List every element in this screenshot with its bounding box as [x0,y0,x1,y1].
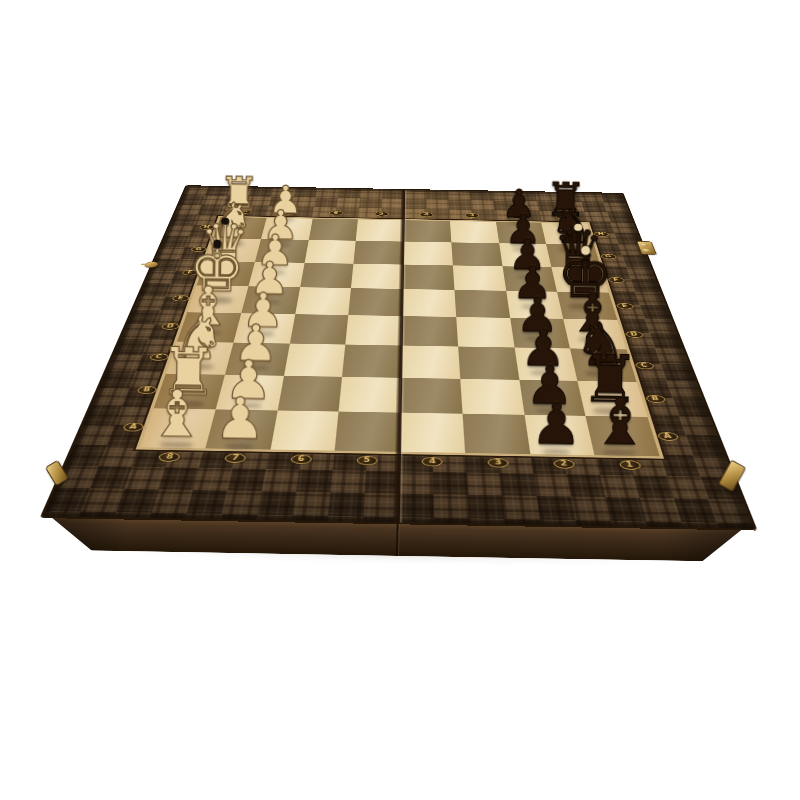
file-label-right-A: A [656,432,679,441]
rank-label-front-2: 2 [553,459,576,469]
rank-label-front-4: 4 [422,457,443,467]
square-h4[interactable] [404,220,452,242]
square-b3[interactable] [460,379,524,415]
square-h5[interactable] [356,219,404,241]
square-e4[interactable] [402,289,456,317]
pawn-glyph: ♟ [531,395,583,453]
square-g3[interactable] [451,242,502,266]
square-h3[interactable] [450,221,499,243]
square-f5[interactable] [351,263,403,289]
brass-hinge-pin-left [144,261,160,267]
rank-label-front-6: 6 [290,455,312,465]
square-e5[interactable] [349,288,403,316]
rank-label-front-7: 7 [224,453,247,463]
rank-label-front-1: 1 [618,460,641,470]
bishop-glyph: ♝ [591,389,650,454]
square-d4[interactable] [402,316,458,346]
square-d3[interactable] [456,317,514,347]
finial-top [221,217,229,225]
square-d6[interactable] [289,314,348,344]
square-c5[interactable] [342,344,401,377]
square-h6[interactable] [308,219,358,241]
finial-top [213,240,222,249]
chess-board: HHGGFFEEDDCCBBAA8877665544332211 [40,185,758,530]
square-a5[interactable] [335,412,401,452]
rank-label-back-3: 3 [465,213,480,218]
rank-label-back-5: 5 [374,211,389,216]
square-d5[interactable] [346,315,403,345]
square-g4[interactable] [403,241,452,265]
square-a4[interactable] [400,413,465,453]
rank-label-back-6: 6 [329,211,344,216]
square-b6[interactable] [277,375,342,411]
square-f3[interactable] [453,265,506,291]
square-b4[interactable] [401,378,463,414]
rank-label-front-3: 3 [487,458,509,468]
square-e6[interactable] [295,287,351,315]
piece-black-pawn-a2[interactable]: ♟ [531,395,583,453]
square-c4[interactable] [401,345,460,378]
square-f4[interactable] [403,264,455,290]
square-g6[interactable] [304,240,356,264]
square-a6[interactable] [270,411,339,451]
pawn-glyph: ♟ [214,390,266,448]
piece-white-pawn-a7[interactable]: ♟ [214,390,266,448]
piece-black-bishop-a1[interactable]: ♝ [591,389,650,454]
square-c3[interactable] [458,346,519,379]
finial-top [575,223,583,231]
square-b5[interactable] [339,376,401,412]
bishop-glyph: ♝ [148,381,207,446]
square-g5[interactable] [354,241,404,265]
square-f6[interactable] [300,263,354,289]
rank-label-back-4: 4 [419,212,433,217]
piece-white-bishop-a8[interactable]: ♝ [148,381,207,446]
product-photo-scene: HHGGFFEEDDCCBBAA8877665544332211 ♜♞♛♚♝♞♜… [0,0,800,800]
square-e3[interactable] [454,290,509,318]
brass-clasp-right [636,241,656,255]
camera-tilt-wrapper: HHGGFFEEDDCCBBAA8877665544332211 ♜♞♛♚♝♞♜… [0,0,800,800]
finial-top [581,246,590,255]
file-label-right-E: E [615,303,634,309]
square-c6[interactable] [284,343,346,376]
square-a3[interactable] [462,414,529,454]
rank-label-front-8: 8 [158,452,182,462]
file-label-left-A: A [121,423,144,432]
rank-label-front-5: 5 [356,456,377,466]
